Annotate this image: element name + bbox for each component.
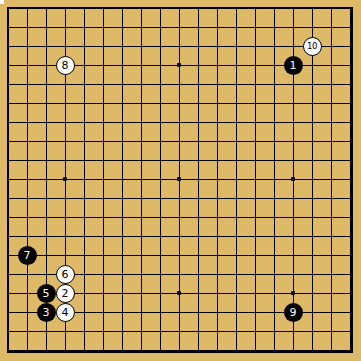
stone-white-10-R17: 10: [303, 37, 322, 56]
move-number: 10: [307, 42, 317, 51]
page-corner-notch: [0, 0, 4, 4]
stone-black-3-C3: 3: [37, 303, 56, 322]
stone-black-1-Q16: 1: [284, 56, 303, 75]
move-number: 6: [62, 269, 69, 280]
move-number: 4: [62, 307, 69, 318]
star-point: [177, 291, 181, 295]
stone-white-6-D5: 6: [56, 265, 75, 284]
move-number: 8: [62, 60, 69, 71]
move-number: 2: [62, 288, 69, 299]
star-point: [177, 177, 181, 181]
go-board: 12345678910: [0, 0, 360, 360]
move-number: 3: [43, 307, 50, 318]
stone-white-8-D16: 8: [56, 56, 75, 75]
stone-black-7-B6: 7: [18, 246, 37, 265]
star-point: [63, 177, 67, 181]
stone-white-4-D3: 4: [56, 303, 75, 322]
move-number: 1: [290, 60, 297, 71]
stone-black-5-C4: 5: [37, 284, 56, 303]
move-number: 9: [290, 307, 297, 318]
move-number: 5: [43, 288, 50, 299]
star-point: [177, 63, 181, 67]
go-diagram: 12345678910: [0, 0, 361, 361]
move-number: 7: [24, 250, 31, 261]
star-point: [291, 177, 295, 181]
stone-white-2-D4: 2: [56, 284, 75, 303]
star-point: [291, 291, 295, 295]
stone-black-9-Q3: 9: [284, 303, 303, 322]
